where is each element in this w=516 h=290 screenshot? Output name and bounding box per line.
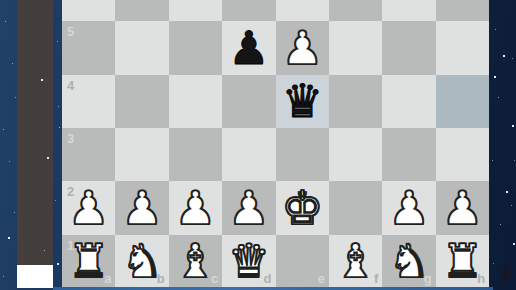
file-label-b: b — [157, 272, 165, 285]
square-e2[interactable]: ♚ — [276, 181, 329, 234]
square-h2[interactable]: ♟ — [436, 181, 489, 234]
white-bishop[interactable]: ♝ — [175, 238, 216, 284]
square-d3[interactable] — [222, 128, 275, 181]
square-g6[interactable] — [382, 0, 435, 21]
square-e5[interactable]: ♟ — [276, 21, 329, 74]
square-e6[interactable] — [276, 0, 329, 21]
file-label-c: c — [211, 272, 218, 285]
square-h4[interactable] — [436, 75, 489, 128]
evaluation-bar-white-segment — [17, 265, 53, 288]
white-bishop[interactable]: ♝ — [335, 238, 376, 284]
square-a4[interactable]: 4 — [62, 75, 115, 128]
square-g5[interactable] — [382, 21, 435, 74]
square-h1[interactable]: h♜ — [436, 235, 489, 288]
black-pawn[interactable]: ♟ — [228, 25, 269, 71]
square-b2[interactable]: ♟ — [115, 181, 168, 234]
file-label-g: g — [424, 272, 432, 285]
square-b5[interactable] — [115, 21, 168, 74]
chess-board[interactable]: 8765♟♟4♛32♟♟♟♟♚♟♟1a♜b♞c♝d♛ef♝g♞h♜ — [62, 0, 489, 288]
square-a1[interactable]: 1a♜ — [62, 235, 115, 288]
square-f5[interactable] — [329, 21, 382, 74]
white-pawn[interactable]: ♟ — [282, 25, 323, 71]
square-b3[interactable] — [115, 128, 168, 181]
rank-label-3: 3 — [67, 132, 74, 145]
rank-label-1: 1 — [67, 239, 74, 252]
evaluation-bar — [17, 0, 53, 288]
square-g4[interactable] — [382, 75, 435, 128]
white-pawn[interactable]: ♟ — [388, 185, 429, 231]
square-c5[interactable] — [169, 21, 222, 74]
white-rook[interactable]: ♜ — [68, 238, 109, 284]
square-h5[interactable] — [436, 21, 489, 74]
pawn-icon: ♟ — [497, 263, 515, 283]
square-d5[interactable]: ♟ — [222, 21, 275, 74]
square-b4[interactable] — [115, 75, 168, 128]
square-e4[interactable]: ♛ — [276, 75, 329, 128]
square-b6[interactable] — [115, 0, 168, 21]
rank-label-2: 2 — [67, 185, 74, 198]
star-field-bright — [0, 0, 2, 2]
file-label-h: h — [477, 272, 485, 285]
file-label-a: a — [104, 272, 111, 285]
rank-label-4: 4 — [67, 79, 74, 92]
square-f1[interactable]: f♝ — [329, 235, 382, 288]
black-queen[interactable]: ♛ — [282, 78, 323, 124]
square-e1[interactable]: e — [276, 235, 329, 288]
square-g2[interactable]: ♟ — [382, 181, 435, 234]
square-f4[interactable] — [329, 75, 382, 128]
square-c1[interactable]: c♝ — [169, 235, 222, 288]
file-label-e: e — [318, 272, 325, 285]
square-a5[interactable]: 5 — [62, 21, 115, 74]
white-pawn[interactable]: ♟ — [121, 185, 162, 231]
square-c6[interactable] — [169, 0, 222, 21]
white-pawn[interactable]: ♟ — [175, 185, 216, 231]
square-c2[interactable]: ♟ — [169, 181, 222, 234]
square-a3[interactable]: 3 — [62, 128, 115, 181]
square-d6[interactable] — [222, 0, 275, 21]
file-label-d: d — [264, 272, 272, 285]
white-king[interactable]: ♚ — [282, 185, 323, 231]
video-frame: 8765♟♟4♛32♟♟♟♟♚♟♟1a♜b♞c♝d♛ef♝g♞h♜ ♟ — [0, 0, 516, 290]
square-h6[interactable] — [436, 0, 489, 21]
white-pawn[interactable]: ♟ — [442, 185, 483, 231]
square-f2[interactable] — [329, 181, 382, 234]
square-d2[interactable]: ♟ — [222, 181, 275, 234]
square-d4[interactable] — [222, 75, 275, 128]
square-d1[interactable]: d♛ — [222, 235, 275, 288]
square-g3[interactable] — [382, 128, 435, 181]
square-h3[interactable] — [436, 128, 489, 181]
square-g1[interactable]: g♞ — [382, 235, 435, 288]
square-c4[interactable] — [169, 75, 222, 128]
square-f6[interactable] — [329, 0, 382, 21]
square-c3[interactable] — [169, 128, 222, 181]
square-e3[interactable] — [276, 128, 329, 181]
square-b1[interactable]: b♞ — [115, 235, 168, 288]
rank-label-5: 5 — [67, 25, 74, 38]
white-pawn[interactable]: ♟ — [68, 185, 109, 231]
square-a6[interactable]: 6 — [62, 0, 115, 21]
file-label-f: f — [374, 272, 378, 285]
white-pawn[interactable]: ♟ — [228, 185, 269, 231]
square-f3[interactable] — [329, 128, 382, 181]
square-a2[interactable]: 2♟ — [62, 181, 115, 234]
